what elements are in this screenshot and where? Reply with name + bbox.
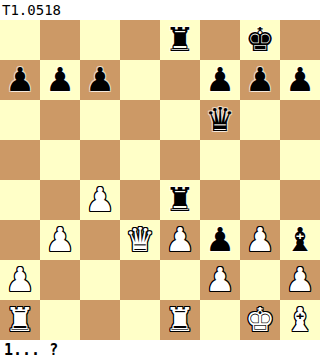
white-pawn[interactable]: ♟ (85, 180, 115, 220)
black-pawn[interactable]: ♟ (245, 60, 275, 100)
black-queen[interactable]: ♛ (205, 100, 235, 140)
square-a4[interactable] (0, 180, 40, 220)
square-e5[interactable] (160, 140, 200, 180)
square-h5[interactable] (280, 140, 320, 180)
white-pawn[interactable]: ♟ (5, 260, 35, 300)
square-f5[interactable] (200, 140, 240, 180)
black-rook[interactable]: ♜ (165, 20, 195, 60)
square-h1[interactable]: ♝ (280, 300, 320, 340)
white-king[interactable]: ♚ (245, 300, 275, 340)
square-b8[interactable] (40, 20, 80, 60)
white-pawn[interactable]: ♟ (245, 220, 275, 260)
square-e7[interactable] (160, 60, 200, 100)
square-f7[interactable]: ♟ (200, 60, 240, 100)
square-c6[interactable] (80, 100, 120, 140)
square-d1[interactable] (120, 300, 160, 340)
square-d4[interactable] (120, 180, 160, 220)
chess-board: ♜♚♟♟♟♟♟♟♛♟♜♟♛♟♟♟♝♟♟♟♜♜♚♝ (0, 20, 320, 340)
square-b5[interactable] (40, 140, 80, 180)
square-f1[interactable] (200, 300, 240, 340)
black-rook[interactable]: ♜ (165, 180, 195, 220)
move-prompt-label: 1... ? (0, 340, 58, 360)
square-f6[interactable]: ♛ (200, 100, 240, 140)
black-pawn[interactable]: ♟ (5, 60, 35, 100)
white-pawn[interactable]: ♟ (205, 260, 235, 300)
square-e4[interactable]: ♜ (160, 180, 200, 220)
square-b1[interactable] (40, 300, 80, 340)
square-a8[interactable] (0, 20, 40, 60)
square-e3[interactable]: ♟ (160, 220, 200, 260)
square-g2[interactable] (240, 260, 280, 300)
square-d5[interactable] (120, 140, 160, 180)
puzzle-window: T1.0518 ♜♚♟♟♟♟♟♟♛♟♜♟♛♟♟♟♝♟♟♟♜♜♚♝ 1... ? (0, 0, 320, 360)
white-rook[interactable]: ♜ (5, 300, 35, 340)
square-f3[interactable]: ♟ (200, 220, 240, 260)
square-a2[interactable]: ♟ (0, 260, 40, 300)
square-a5[interactable] (0, 140, 40, 180)
white-rook[interactable]: ♜ (165, 300, 195, 340)
black-pawn[interactable]: ♟ (205, 220, 235, 260)
black-pawn[interactable]: ♟ (205, 60, 235, 100)
square-c5[interactable] (80, 140, 120, 180)
square-h8[interactable] (280, 20, 320, 60)
square-f8[interactable] (200, 20, 240, 60)
square-d2[interactable] (120, 260, 160, 300)
square-g7[interactable]: ♟ (240, 60, 280, 100)
square-e6[interactable] (160, 100, 200, 140)
square-c7[interactable]: ♟ (80, 60, 120, 100)
black-pawn[interactable]: ♟ (285, 60, 315, 100)
square-d7[interactable] (120, 60, 160, 100)
square-g8[interactable]: ♚ (240, 20, 280, 60)
square-a6[interactable] (0, 100, 40, 140)
white-bishop[interactable]: ♝ (285, 300, 315, 340)
square-a7[interactable]: ♟ (0, 60, 40, 100)
square-b7[interactable]: ♟ (40, 60, 80, 100)
black-pawn[interactable]: ♟ (85, 60, 115, 100)
square-g5[interactable] (240, 140, 280, 180)
white-pawn[interactable]: ♟ (45, 220, 75, 260)
square-h7[interactable]: ♟ (280, 60, 320, 100)
black-bishop[interactable]: ♝ (285, 220, 315, 260)
square-d6[interactable] (120, 100, 160, 140)
square-f4[interactable] (200, 180, 240, 220)
white-queen[interactable]: ♛ (125, 220, 155, 260)
square-h3[interactable]: ♝ (280, 220, 320, 260)
square-e2[interactable] (160, 260, 200, 300)
square-c2[interactable] (80, 260, 120, 300)
square-g6[interactable] (240, 100, 280, 140)
square-c4[interactable]: ♟ (80, 180, 120, 220)
square-h2[interactable]: ♟ (280, 260, 320, 300)
square-h4[interactable] (280, 180, 320, 220)
puzzle-id-label: T1.0518 (0, 0, 61, 20)
square-g3[interactable]: ♟ (240, 220, 280, 260)
header: T1.0518 (0, 0, 320, 20)
square-b6[interactable] (40, 100, 80, 140)
black-king[interactable]: ♚ (245, 20, 275, 60)
footer: 1... ? (0, 340, 320, 360)
square-b4[interactable] (40, 180, 80, 220)
square-d3[interactable]: ♛ (120, 220, 160, 260)
square-g4[interactable] (240, 180, 280, 220)
square-b2[interactable] (40, 260, 80, 300)
square-c1[interactable] (80, 300, 120, 340)
square-a3[interactable] (0, 220, 40, 260)
square-b3[interactable]: ♟ (40, 220, 80, 260)
black-pawn[interactable]: ♟ (45, 60, 75, 100)
white-pawn[interactable]: ♟ (165, 220, 195, 260)
square-c8[interactable] (80, 20, 120, 60)
square-c3[interactable] (80, 220, 120, 260)
square-e8[interactable]: ♜ (160, 20, 200, 60)
square-e1[interactable]: ♜ (160, 300, 200, 340)
square-g1[interactable]: ♚ (240, 300, 280, 340)
square-d8[interactable] (120, 20, 160, 60)
square-h6[interactable] (280, 100, 320, 140)
square-a1[interactable]: ♜ (0, 300, 40, 340)
white-pawn[interactable]: ♟ (285, 260, 315, 300)
square-f2[interactable]: ♟ (200, 260, 240, 300)
